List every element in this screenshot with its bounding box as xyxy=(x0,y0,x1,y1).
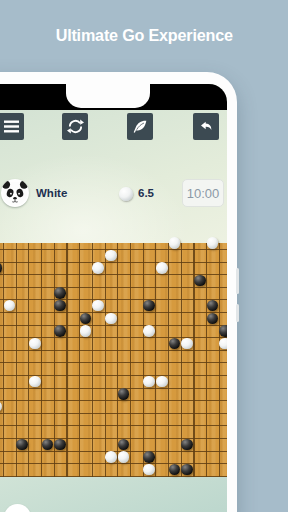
promo-screenshot: Ultimate Go Experience xyxy=(0,0,288,512)
go-board[interactable] xyxy=(0,243,227,477)
black-stone xyxy=(169,464,181,476)
white-stone xyxy=(207,237,219,249)
white-stone xyxy=(92,262,104,274)
white-stone xyxy=(4,300,16,312)
menu-button[interactable] xyxy=(0,113,24,140)
promo-title: Ultimate Go Experience xyxy=(55,26,232,46)
feather-icon xyxy=(132,119,148,135)
promo-header: Ultimate Go Experience xyxy=(0,0,288,72)
black-stone xyxy=(118,388,130,400)
clock-time: 10:00 xyxy=(187,186,220,201)
black-stone xyxy=(54,439,66,451)
black-stone xyxy=(169,338,181,350)
black-stone xyxy=(54,325,66,337)
black-stone xyxy=(0,262,2,274)
white-stone xyxy=(169,237,181,249)
white-stone xyxy=(105,451,117,463)
black-stone xyxy=(143,300,155,312)
sync-icon xyxy=(67,118,84,135)
black-stone xyxy=(80,313,92,325)
black-stone xyxy=(194,275,206,287)
black-stone xyxy=(219,325,227,337)
black-stone xyxy=(207,300,219,312)
white-stone xyxy=(105,313,117,325)
white-stone xyxy=(143,325,155,337)
black-stone xyxy=(143,451,155,463)
white-stone xyxy=(143,464,155,476)
black-stone xyxy=(54,300,66,312)
white-stone xyxy=(156,262,168,274)
white-stone xyxy=(181,338,193,350)
white-stone xyxy=(29,338,41,350)
edit-button[interactable] xyxy=(127,113,153,140)
black-stone xyxy=(54,287,66,299)
volume-button xyxy=(236,268,239,294)
undo-button[interactable] xyxy=(193,113,219,140)
power-button xyxy=(236,304,239,322)
player-name: White xyxy=(36,187,67,199)
white-stone xyxy=(105,250,117,262)
white-stone xyxy=(0,401,2,413)
sync-button[interactable] xyxy=(62,113,88,140)
white-stone xyxy=(143,376,155,388)
phone-notch xyxy=(66,84,150,108)
black-stone xyxy=(207,313,219,325)
white-stone xyxy=(118,451,130,463)
white-stone xyxy=(219,338,227,350)
menu-icon xyxy=(4,120,19,133)
black-stone xyxy=(181,439,193,451)
player-avatar[interactable] xyxy=(1,179,29,207)
white-stone-icon xyxy=(119,187,133,201)
panda-icon xyxy=(1,179,29,207)
player-clock: 10:00 xyxy=(182,179,224,207)
white-stone xyxy=(156,376,168,388)
opponent-avatar[interactable] xyxy=(4,504,31,512)
komi-value: 6.5 xyxy=(138,187,154,199)
undo-arrow-icon xyxy=(198,119,214,134)
black-stone xyxy=(181,464,193,476)
phone-screen: White 6.5 10:00 xyxy=(0,84,227,512)
black-stone xyxy=(16,439,28,451)
black-stone xyxy=(118,439,130,451)
white-stone xyxy=(29,376,41,388)
white-stone xyxy=(92,300,104,312)
white-stone xyxy=(80,325,92,337)
black-stone xyxy=(42,439,54,451)
